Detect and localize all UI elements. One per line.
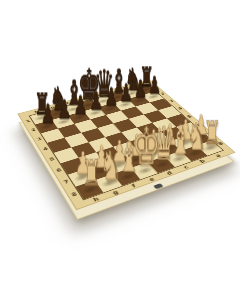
scene: 1122334455667788hhggffeeddccbbaa ♜♞♝♚♛♝♞… — [0, 10, 240, 290]
pieces-layer: ♜♞♝♚♛♝♞♜♟♟♟♟♟♟♟♟♟♟♟♟♟♟♟♟♜♞♝♚♛♝♞♜ — [18, 79, 237, 210]
white-rook-icon: ♜ — [72, 155, 109, 191]
board-surface: 1122334455667788hhggffeeddccbbaa ♜♞♝♚♛♝♞… — [17, 79, 235, 210]
product-photo-frame: 1122334455667788hhggffeeddccbbaa ♜♞♝♚♛♝♞… — [0, 0, 240, 303]
box-clasp — [153, 183, 163, 189]
chess-board: 1122334455667788hhggffeeddccbbaa ♜♞♝♚♛♝♞… — [17, 79, 235, 210]
